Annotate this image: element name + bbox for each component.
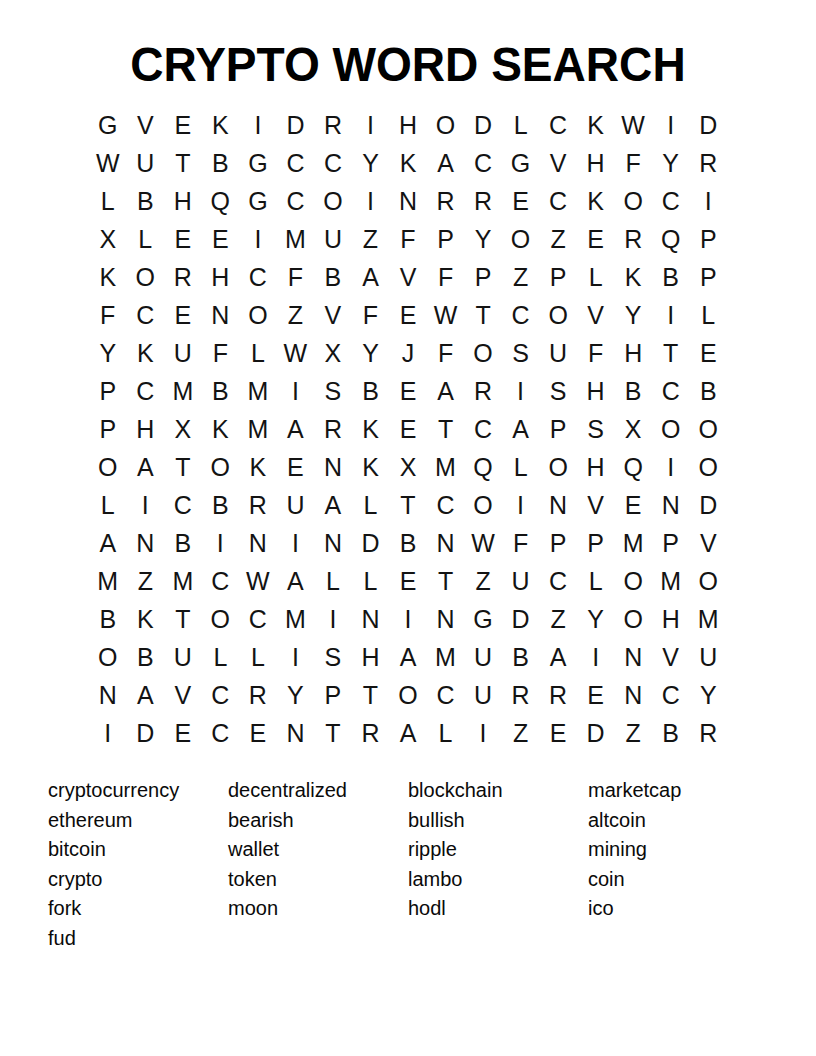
grid-cell[interactable]: H (127, 410, 165, 448)
grid-cell[interactable]: L (89, 182, 127, 220)
grid-cell[interactable]: F (389, 220, 427, 258)
grid-cell[interactable]: W (239, 562, 277, 600)
grid-cell[interactable]: O (464, 334, 502, 372)
grid-cell[interactable]: H (202, 258, 240, 296)
grid-cell[interactable]: L (127, 220, 165, 258)
word-list-item: mining (588, 835, 768, 865)
grid-cell[interactable]: I (502, 372, 540, 410)
grid-cell[interactable]: M (614, 524, 652, 562)
grid-cell[interactable]: K (239, 448, 277, 486)
grid-cell[interactable]: W (89, 144, 127, 182)
grid-cell[interactable]: H (614, 334, 652, 372)
grid-cell[interactable]: K (352, 410, 390, 448)
grid-cell[interactable]: I (89, 714, 127, 752)
grid-cell[interactable]: O (127, 258, 165, 296)
grid-cell[interactable]: F (502, 524, 540, 562)
grid-cell[interactable]: K (577, 106, 615, 144)
grid-cell[interactable]: J (389, 334, 427, 372)
grid-cell[interactable]: L (89, 486, 127, 524)
grid-cell[interactable]: C (427, 676, 465, 714)
grid-cell[interactable]: M (427, 638, 465, 676)
grid-cell[interactable]: T (464, 296, 502, 334)
grid-cell[interactable]: K (614, 258, 652, 296)
grid-cell[interactable]: A (389, 714, 427, 752)
grid-cell[interactable]: I (202, 524, 240, 562)
grid-cell[interactable]: C (464, 144, 502, 182)
grid-cell[interactable]: R (502, 676, 540, 714)
grid-cell[interactable]: E (389, 372, 427, 410)
grid-cell[interactable]: L (239, 334, 277, 372)
grid-cell[interactable]: Z (614, 714, 652, 752)
grid-cell[interactable]: N (314, 524, 352, 562)
grid-cell[interactable]: I (577, 638, 615, 676)
grid-cell[interactable]: P (427, 220, 465, 258)
grid-cell[interactable]: E (614, 486, 652, 524)
grid-cell[interactable]: R (352, 714, 390, 752)
grid-cell[interactable]: Y (277, 676, 315, 714)
grid-cell[interactable]: K (352, 448, 390, 486)
grid-cell[interactable]: Z (539, 220, 577, 258)
grid-cell[interactable]: R (314, 106, 352, 144)
grid-cell[interactable]: H (577, 448, 615, 486)
grid-cell[interactable]: C (652, 182, 690, 220)
grid-cell[interactable]: C (539, 182, 577, 220)
grid-cell[interactable]: I (389, 600, 427, 638)
grid-cell[interactable]: Y (689, 676, 727, 714)
grid-cell[interactable]: O (89, 638, 127, 676)
grid-cell[interactable]: O (389, 676, 427, 714)
grid-cell[interactable]: E (577, 220, 615, 258)
grid-cell[interactable]: T (427, 410, 465, 448)
grid-cell[interactable]: E (164, 106, 202, 144)
grid-cell[interactable]: T (652, 334, 690, 372)
grid-cell[interactable]: E (689, 334, 727, 372)
grid-cell[interactable]: K (577, 182, 615, 220)
grid-cell[interactable]: T (427, 562, 465, 600)
grid-cell[interactable]: D (689, 106, 727, 144)
grid-cell[interactable]: D (577, 714, 615, 752)
grid-cell[interactable]: R (464, 182, 502, 220)
grid-cell[interactable]: V (127, 106, 165, 144)
grid-cell[interactable]: U (464, 676, 502, 714)
grid-cell[interactable]: C (277, 144, 315, 182)
grid-cell[interactable]: Z (464, 562, 502, 600)
grid-cell[interactable]: N (652, 486, 690, 524)
grid-cell[interactable]: C (239, 600, 277, 638)
grid-cell[interactable]: A (502, 410, 540, 448)
grid-cell[interactable]: A (127, 676, 165, 714)
grid-cell[interactable]: E (389, 410, 427, 448)
grid-cell[interactable]: G (464, 600, 502, 638)
grid-cell[interactable]: U (539, 334, 577, 372)
grid-cell[interactable]: H (389, 106, 427, 144)
grid-cell[interactable]: I (277, 372, 315, 410)
grid-cell[interactable]: C (427, 486, 465, 524)
grid-cell[interactable]: N (127, 524, 165, 562)
grid-cell[interactable]: Q (614, 448, 652, 486)
grid-cell[interactable]: O (614, 562, 652, 600)
grid-cell[interactable]: X (614, 410, 652, 448)
grid-cell[interactable]: O (539, 448, 577, 486)
grid-cell[interactable]: I (239, 220, 277, 258)
grid-cell[interactable]: O (652, 410, 690, 448)
grid-cell[interactable]: K (389, 144, 427, 182)
grid-cell[interactable]: O (502, 220, 540, 258)
grid-cell[interactable]: K (202, 410, 240, 448)
grid-cell[interactable]: C (502, 296, 540, 334)
grid-cell[interactable]: B (202, 372, 240, 410)
grid-cell[interactable]: P (689, 220, 727, 258)
grid-cell[interactable]: F (202, 334, 240, 372)
grid-cell[interactable]: U (314, 220, 352, 258)
word-list-item: token (228, 865, 408, 895)
grid-cell[interactable]: M (164, 562, 202, 600)
grid-cell[interactable]: L (689, 296, 727, 334)
grid-cell[interactable]: N (427, 600, 465, 638)
grid-cell[interactable]: M (277, 220, 315, 258)
grid-cell[interactable]: A (127, 448, 165, 486)
grid-cell[interactable]: F (89, 296, 127, 334)
grid-cell[interactable]: W (277, 334, 315, 372)
grid-cell[interactable]: R (464, 372, 502, 410)
grid-cell[interactable]: Z (352, 220, 390, 258)
grid-cell[interactable]: V (539, 144, 577, 182)
grid-cell[interactable]: E (577, 676, 615, 714)
grid-cell[interactable]: T (352, 676, 390, 714)
grid-cell[interactable]: C (202, 562, 240, 600)
grid-cell[interactable]: Y (352, 334, 390, 372)
grid-cell[interactable]: Y (352, 144, 390, 182)
grid-cell[interactable]: A (89, 524, 127, 562)
grid-cell[interactable]: R (539, 676, 577, 714)
grid-cell[interactable]: C (239, 258, 277, 296)
grid-cell[interactable]: S (314, 638, 352, 676)
grid-cell[interactable]: B (502, 638, 540, 676)
grid-cell[interactable]: A (427, 144, 465, 182)
grid-cell[interactable]: A (389, 638, 427, 676)
grid-cell[interactable]: C (164, 486, 202, 524)
grid-cell[interactable]: S (502, 334, 540, 372)
grid-cell[interactable]: L (352, 486, 390, 524)
grid-cell[interactable]: M (164, 372, 202, 410)
grid-cell[interactable]: L (352, 562, 390, 600)
grid-cell[interactable]: R (689, 714, 727, 752)
grid-cell[interactable]: A (539, 638, 577, 676)
grid-cell[interactable]: H (652, 600, 690, 638)
grid-cell[interactable]: V (164, 676, 202, 714)
grid-cell[interactable]: Q (202, 182, 240, 220)
grid-cell[interactable]: N (202, 296, 240, 334)
grid-cell[interactable]: N (314, 448, 352, 486)
grid-cell[interactable]: S (577, 410, 615, 448)
grid-cell[interactable]: B (202, 144, 240, 182)
grid-cell[interactable]: P (89, 410, 127, 448)
grid-cell[interactable]: C (314, 144, 352, 182)
grid-cell[interactable]: H (352, 638, 390, 676)
grid-cell[interactable]: E (389, 296, 427, 334)
grid-cell[interactable]: I (314, 600, 352, 638)
grid-cell[interactable]: O (614, 600, 652, 638)
grid-cell[interactable]: P (689, 258, 727, 296)
grid-cell[interactable]: P (652, 524, 690, 562)
grid-cell[interactable]: F (352, 296, 390, 334)
grid-cell[interactable]: D (352, 524, 390, 562)
grid-cell[interactable]: O (614, 182, 652, 220)
grid-cell[interactable]: N (614, 638, 652, 676)
grid-cell[interactable]: P (539, 410, 577, 448)
grid-cell[interactable]: A (277, 562, 315, 600)
grid-cell[interactable]: D (502, 600, 540, 638)
grid-cell[interactable]: M (89, 562, 127, 600)
grid-cell[interactable]: V (577, 486, 615, 524)
grid-cell[interactable]: R (239, 676, 277, 714)
grid-cell[interactable]: E (164, 714, 202, 752)
grid-cell[interactable]: R (164, 258, 202, 296)
grid-cell[interactable]: I (652, 106, 690, 144)
grid-cell[interactable]: C (202, 676, 240, 714)
grid-cell[interactable]: B (127, 638, 165, 676)
grid-cell[interactable]: Y (89, 334, 127, 372)
grid-cell[interactable]: T (164, 600, 202, 638)
puzzle-title: CRYPTO WORD SEARCH (24, 36, 791, 92)
grid-cell[interactable]: Q (652, 220, 690, 258)
grid-cell[interactable]: T (314, 714, 352, 752)
grid-cell[interactable]: D (464, 106, 502, 144)
grid-cell[interactable]: C (539, 562, 577, 600)
grid-cell[interactable]: V (652, 638, 690, 676)
grid-cell[interactable]: I (352, 106, 390, 144)
grid-cell[interactable]: O (202, 448, 240, 486)
grid-cell[interactable]: O (539, 296, 577, 334)
grid-cell[interactable]: R (314, 410, 352, 448)
grid-cell[interactable]: Y (464, 220, 502, 258)
word-list-item: bitcoin (48, 835, 228, 865)
grid-cell[interactable]: F (427, 258, 465, 296)
grid-cell[interactable]: X (89, 220, 127, 258)
grid-cell[interactable]: Z (502, 714, 540, 752)
grid-cell[interactable]: C (539, 106, 577, 144)
grid-cell[interactable]: M (239, 410, 277, 448)
grid-cell[interactable]: E (277, 448, 315, 486)
grid-cell[interactable]: W (464, 524, 502, 562)
grid-cell[interactable]: Z (127, 562, 165, 600)
grid-cell[interactable]: C (127, 372, 165, 410)
grid-cell[interactable]: E (239, 714, 277, 752)
grid-cell[interactable]: H (577, 372, 615, 410)
grid-cell[interactable]: G (502, 144, 540, 182)
grid-cell[interactable]: E (389, 562, 427, 600)
grid-cell[interactable]: Q (464, 448, 502, 486)
grid-cell[interactable]: C (127, 296, 165, 334)
grid-cell[interactable]: H (164, 182, 202, 220)
grid-cell[interactable]: T (389, 486, 427, 524)
grid-cell[interactable]: U (464, 638, 502, 676)
grid-cell[interactable]: K (89, 258, 127, 296)
grid-cell[interactable]: C (202, 714, 240, 752)
grid-cell[interactable]: B (389, 524, 427, 562)
grid-cell[interactable]: M (277, 600, 315, 638)
grid-cell[interactable]: I (127, 486, 165, 524)
word-list-column: cryptocurrencyethereumbitcoincryptoforkf… (48, 776, 228, 953)
grid-cell[interactable]: T (164, 144, 202, 182)
grid-cell[interactable]: D (127, 714, 165, 752)
grid-cell[interactable]: B (689, 372, 727, 410)
grid-cell[interactable]: O (689, 562, 727, 600)
grid-cell[interactable]: B (652, 258, 690, 296)
word-list-item: bullish (408, 806, 588, 836)
grid-cell[interactable]: E (164, 220, 202, 258)
grid-cell[interactable]: N (614, 676, 652, 714)
grid-cell[interactable]: G (89, 106, 127, 144)
grid-cell[interactable]: E (539, 714, 577, 752)
grid-cell[interactable]: K (127, 334, 165, 372)
grid-cell[interactable]: Z (277, 296, 315, 334)
grid-cell[interactable]: I (652, 448, 690, 486)
grid-cell[interactable]: C (652, 676, 690, 714)
grid-cell[interactable]: E (502, 182, 540, 220)
grid-cell[interactable]: N (277, 714, 315, 752)
grid-cell[interactable]: U (277, 486, 315, 524)
grid-cell[interactable]: Z (539, 600, 577, 638)
grid-cell[interactable]: L (577, 562, 615, 600)
grid-cell[interactable]: S (314, 372, 352, 410)
grid-cell[interactable]: H (577, 144, 615, 182)
grid-cell[interactable]: B (89, 600, 127, 638)
grid-cell[interactable]: O (464, 486, 502, 524)
grid-cell[interactable]: E (164, 296, 202, 334)
grid-cell[interactable]: Y (577, 600, 615, 638)
grid-cell[interactable]: C (652, 372, 690, 410)
grid-cell[interactable]: R (239, 486, 277, 524)
grid-cell[interactable]: N (539, 486, 577, 524)
grid-cell[interactable]: P (539, 258, 577, 296)
grid-cell[interactable]: X (314, 334, 352, 372)
grid-cell[interactable]: T (164, 448, 202, 486)
grid-cell[interactable]: P (89, 372, 127, 410)
grid-cell[interactable]: O (689, 410, 727, 448)
grid-cell[interactable]: U (164, 638, 202, 676)
grid-cell[interactable]: O (202, 600, 240, 638)
grid-cell[interactable]: G (239, 144, 277, 182)
grid-cell[interactable]: A (277, 410, 315, 448)
grid-cell[interactable]: L (577, 258, 615, 296)
grid-cell[interactable]: I (239, 106, 277, 144)
word-list-column: blockchainbullishripplelambohodl (408, 776, 588, 953)
grid-cell[interactable]: O (239, 296, 277, 334)
grid-cell[interactable]: F (427, 334, 465, 372)
grid-cell[interactable]: R (614, 220, 652, 258)
grid-cell[interactable]: G (239, 182, 277, 220)
grid-cell[interactable]: R (689, 144, 727, 182)
grid-cell[interactable]: B (352, 372, 390, 410)
grid-cell[interactable]: U (127, 144, 165, 182)
grid-cell[interactable]: V (689, 524, 727, 562)
grid-cell[interactable]: Z (502, 258, 540, 296)
grid-cell[interactable]: W (427, 296, 465, 334)
word-list-item: moon (228, 894, 408, 924)
grid-cell[interactable]: K (202, 106, 240, 144)
grid-cell[interactable]: U (502, 562, 540, 600)
grid-cell[interactable]: U (689, 638, 727, 676)
grid-cell[interactable]: X (164, 410, 202, 448)
grid-cell[interactable]: O (427, 106, 465, 144)
grid-cell[interactable]: D (277, 106, 315, 144)
grid-cell[interactable]: I (502, 486, 540, 524)
grid-cell[interactable]: W (614, 106, 652, 144)
grid-cell[interactable]: B (652, 714, 690, 752)
grid-cell[interactable]: I (464, 714, 502, 752)
grid-cell[interactable]: Y (614, 296, 652, 334)
grid-cell[interactable]: C (464, 410, 502, 448)
grid-cell[interactable]: F (577, 334, 615, 372)
grid-cell[interactable]: M (652, 562, 690, 600)
grid-cell[interactable]: B (164, 524, 202, 562)
grid-cell[interactable]: B (314, 258, 352, 296)
grid-cell[interactable]: O (314, 182, 352, 220)
grid-cell[interactable]: N (352, 600, 390, 638)
grid-cell[interactable]: L (239, 638, 277, 676)
grid-cell[interactable]: V (314, 296, 352, 334)
grid-cell[interactable]: B (614, 372, 652, 410)
grid-cell[interactable]: R (427, 182, 465, 220)
grid-cell[interactable]: I (352, 182, 390, 220)
grid-cell[interactable]: L (502, 106, 540, 144)
grid-cell[interactable]: X (389, 448, 427, 486)
grid-cell[interactable]: L (427, 714, 465, 752)
grid-cell[interactable]: B (127, 182, 165, 220)
grid-cell[interactable]: D (689, 486, 727, 524)
grid-cell[interactable]: N (239, 524, 277, 562)
grid-cell[interactable]: A (427, 372, 465, 410)
grid-cell[interactable]: A (352, 258, 390, 296)
word-list-item: altcoin (588, 806, 768, 836)
grid-cell[interactable]: F (277, 258, 315, 296)
grid-cell[interactable]: O (689, 448, 727, 486)
grid-cell[interactable]: M (427, 448, 465, 486)
grid-cell[interactable]: N (427, 524, 465, 562)
grid-cell[interactable]: L (202, 638, 240, 676)
grid-cell[interactable]: V (389, 258, 427, 296)
grid-cell[interactable]: L (502, 448, 540, 486)
grid-cell[interactable]: I (277, 638, 315, 676)
grid-cell[interactable]: M (239, 372, 277, 410)
grid-cell[interactable]: V (577, 296, 615, 334)
grid-cell[interactable]: I (689, 182, 727, 220)
grid-cell[interactable]: K (127, 600, 165, 638)
grid-cell[interactable]: N (389, 182, 427, 220)
grid-cell[interactable]: F (614, 144, 652, 182)
word-list-item: wallet (228, 835, 408, 865)
grid-cell[interactable]: O (89, 448, 127, 486)
grid-cell[interactable]: S (539, 372, 577, 410)
word-list-item: crypto (48, 865, 228, 895)
grid-cell[interactable]: L (314, 562, 352, 600)
grid-cell[interactable]: U (164, 334, 202, 372)
grid-cell[interactable]: E (202, 220, 240, 258)
grid-cell[interactable]: I (277, 524, 315, 562)
grid-cell[interactable]: B (202, 486, 240, 524)
grid-cell[interactable]: M (689, 600, 727, 638)
grid-cell[interactable]: P (539, 524, 577, 562)
grid-cell[interactable]: Y (652, 144, 690, 182)
grid-cell[interactable]: I (652, 296, 690, 334)
grid-cell[interactable]: P (314, 676, 352, 714)
grid-cell[interactable]: P (577, 524, 615, 562)
grid-cell[interactable]: N (89, 676, 127, 714)
grid-cell[interactable]: P (464, 258, 502, 296)
grid-cell[interactable]: A (314, 486, 352, 524)
grid-cell[interactable]: C (277, 182, 315, 220)
